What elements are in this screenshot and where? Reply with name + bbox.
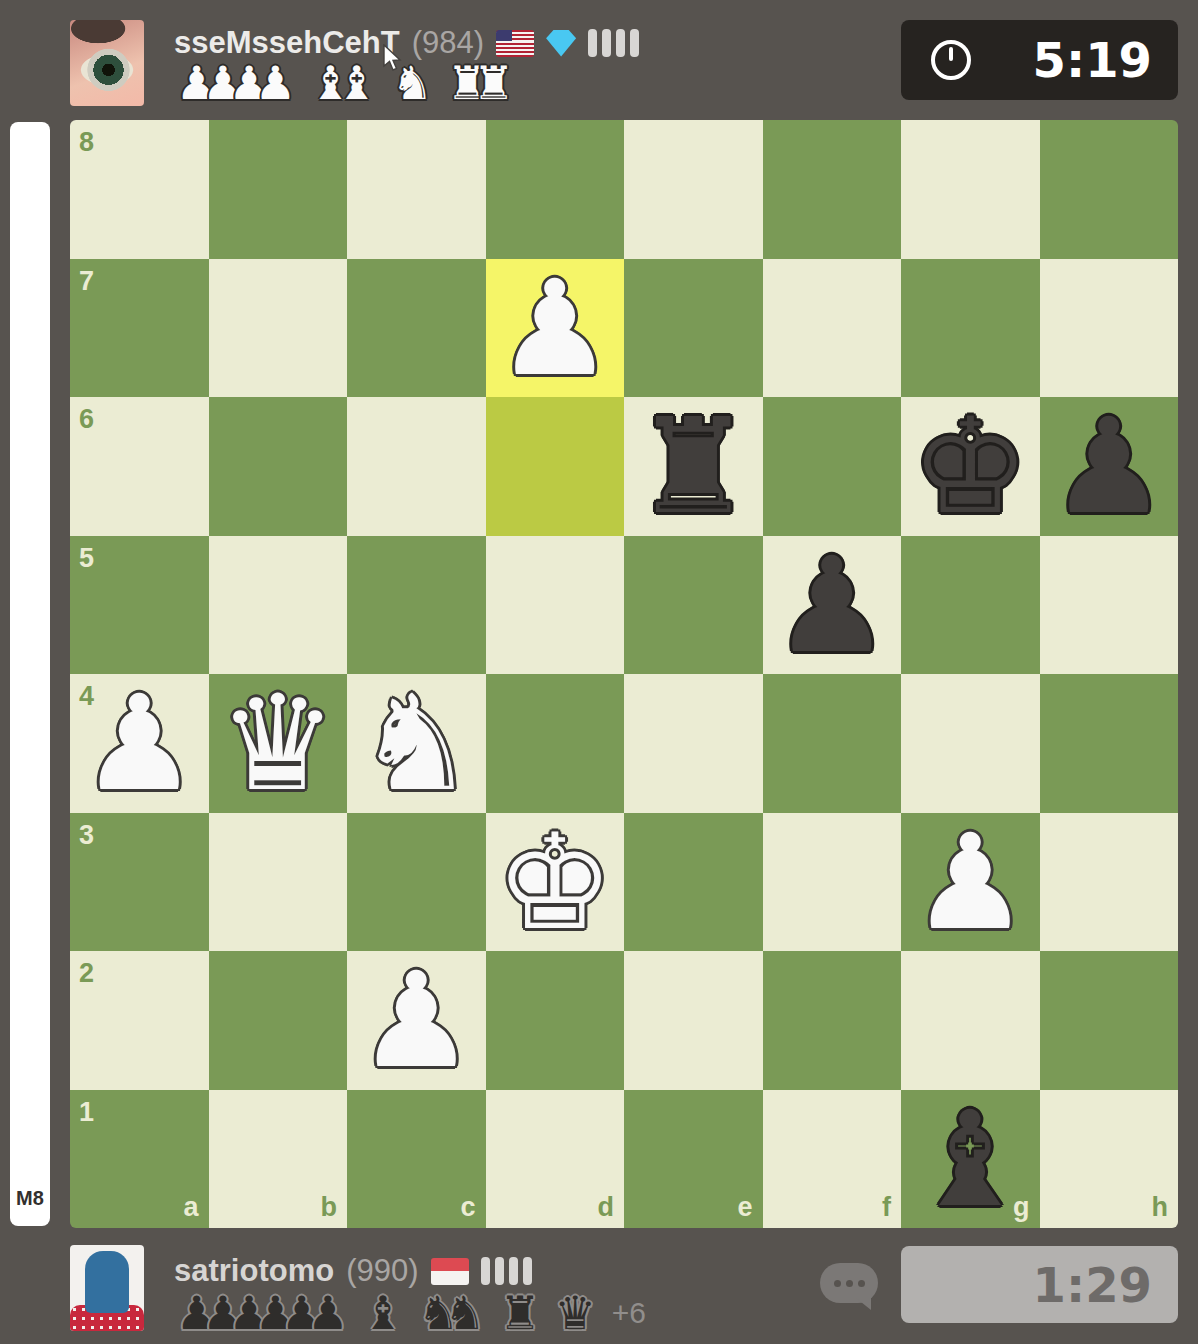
square-g7[interactable] (901, 259, 1040, 398)
file-label-h: h (1152, 1192, 1169, 1223)
square-d8[interactable] (486, 120, 625, 259)
white-queen-b4[interactable]: ♛ (209, 674, 348, 813)
square-f7[interactable] (763, 259, 902, 398)
captured-rook-icon: ♜ (473, 60, 514, 106)
square-f2[interactable] (763, 951, 902, 1090)
square-c6[interactable] (347, 397, 486, 536)
captured-bishop-icon: ♝ (336, 60, 377, 106)
captured-bishop-group: ♝ (363, 1290, 404, 1336)
square-b6[interactable] (209, 397, 348, 536)
square-c3[interactable] (347, 813, 486, 952)
clock-icon (931, 40, 971, 80)
square-a6[interactable]: 6 (70, 397, 209, 536)
square-a5[interactable]: 5 (70, 536, 209, 675)
square-f8[interactable] (763, 120, 902, 259)
black-pawn-h6[interactable]: ♟ (1040, 397, 1179, 536)
rank-label-3: 3 (79, 820, 94, 851)
square-a8[interactable]: 8 (70, 120, 209, 259)
square-h7[interactable] (1040, 259, 1179, 398)
captured-bishop-icon: ♝ (363, 1290, 404, 1336)
white-pawn-d7[interactable]: ♟ (486, 259, 625, 398)
square-f5[interactable]: ♟ (763, 536, 902, 675)
bottom-player-rating: (990) (346, 1253, 418, 1289)
file-label-e: e (737, 1192, 752, 1223)
square-e2[interactable] (624, 951, 763, 1090)
bottom-player-avatar[interactable] (70, 1245, 144, 1331)
square-c4[interactable]: ♞ (347, 674, 486, 813)
captured-knight-icon: ♞ (444, 1290, 485, 1336)
captured-pawn-icon: ♟ (307, 1290, 348, 1336)
square-f1[interactable]: f (763, 1090, 902, 1229)
square-g4[interactable] (901, 674, 1040, 813)
white-pawn-g3[interactable]: ♟ (901, 813, 1040, 952)
square-a2[interactable]: 2 (70, 951, 209, 1090)
square-h2[interactable] (1040, 951, 1179, 1090)
square-g6[interactable]: ♚ (901, 397, 1040, 536)
indonesia-flag-icon (431, 1258, 469, 1285)
captured-pawn-group: ♟♟♟♟ (176, 60, 296, 106)
square-e5[interactable] (624, 536, 763, 675)
top-player-clock: 5:19 (901, 20, 1178, 100)
captured-queen-group: ♛ (555, 1290, 596, 1336)
file-label-a: a (183, 1192, 198, 1223)
captured-rook-group: ♜ (499, 1290, 540, 1336)
file-label-c: c (460, 1192, 475, 1223)
square-b4[interactable]: ♛ (209, 674, 348, 813)
white-knight-c4[interactable]: ♞ (347, 674, 486, 813)
mouse-cursor (382, 44, 402, 72)
square-h8[interactable] (1040, 120, 1179, 259)
square-c8[interactable] (347, 120, 486, 259)
bottom-player-line: satriotomo (990) (174, 1252, 532, 1290)
square-b2[interactable] (209, 951, 348, 1090)
square-e4[interactable] (624, 674, 763, 813)
chat-bubble-icon[interactable] (820, 1263, 878, 1303)
premium-diamond-icon (546, 30, 576, 57)
square-a4[interactable]: 4♟ (70, 674, 209, 813)
us-flag-icon (496, 30, 534, 57)
square-g8[interactable] (901, 120, 1040, 259)
square-d5[interactable] (486, 536, 625, 675)
evaluation-label: M8 (16, 1187, 44, 1226)
rank-label-5: 5 (79, 543, 94, 574)
file-label-b: b (321, 1192, 338, 1223)
square-d7[interactable]: ♟ (486, 259, 625, 398)
square-d1[interactable]: d (486, 1090, 625, 1229)
square-h6[interactable]: ♟ (1040, 397, 1179, 536)
square-e7[interactable] (624, 259, 763, 398)
black-rook-e6[interactable]: ♜ (624, 397, 763, 536)
chess-board[interactable]: 87♟6♜♚♟5♟4♟♛♞3♚♟2♟1abcdefg♝h (70, 120, 1178, 1228)
square-b8[interactable] (209, 120, 348, 259)
square-e3[interactable] (624, 813, 763, 952)
square-b5[interactable] (209, 536, 348, 675)
evaluation-bar: M8 (10, 122, 50, 1226)
rank-label-8: 8 (79, 127, 94, 158)
square-d3[interactable]: ♚ (486, 813, 625, 952)
black-pawn-f5[interactable]: ♟ (763, 536, 902, 675)
top-clock-time: 5:19 (971, 32, 1178, 88)
square-f4[interactable] (763, 674, 902, 813)
square-h3[interactable] (1040, 813, 1179, 952)
square-g5[interactable] (901, 536, 1040, 675)
bottom-clock-time: 1:29 (901, 1257, 1178, 1313)
square-d6[interactable] (486, 397, 625, 536)
square-e6[interactable]: ♜ (624, 397, 763, 536)
file-label-f: f (882, 1192, 891, 1223)
square-f3[interactable] (763, 813, 902, 952)
bottom-player-clock: 1:29 (901, 1246, 1178, 1323)
bottom-player-name[interactable]: satriotomo (174, 1253, 334, 1289)
square-e8[interactable] (624, 120, 763, 259)
bottom-captured-pieces: ♟♟♟♟♟♟♝♞♞♜♛+6 (176, 1290, 646, 1336)
square-h5[interactable] (1040, 536, 1179, 675)
rank-label-1: 1 (79, 1097, 94, 1128)
captured-queen-icon: ♛ (555, 1290, 596, 1336)
square-c5[interactable] (347, 536, 486, 675)
square-d4[interactable] (486, 674, 625, 813)
square-a3[interactable]: 3 (70, 813, 209, 952)
square-g3[interactable]: ♟ (901, 813, 1040, 952)
top-captured-pieces: ♟♟♟♟♝♝♞♜♜ (176, 60, 514, 106)
captured-pawn-icon: ♟ (255, 60, 296, 106)
square-b1[interactable]: b (209, 1090, 348, 1229)
rank-label-4: 4 (79, 681, 94, 712)
bottom-connection-bars-icon (481, 1257, 532, 1285)
white-pawn-c2[interactable]: ♟ (347, 951, 486, 1090)
file-label-g: g (1013, 1192, 1030, 1223)
white-king-d3[interactable]: ♚ (486, 813, 625, 952)
square-d2[interactable] (486, 951, 625, 1090)
captured-rook-icon: ♜ (499, 1290, 540, 1336)
square-h1[interactable]: h (1040, 1090, 1179, 1229)
black-king-g6[interactable]: ♚ (901, 397, 1040, 536)
square-c7[interactable] (347, 259, 486, 398)
captured-knight-group: ♞♞ (418, 1290, 486, 1336)
top-connection-bars-icon (588, 29, 639, 57)
square-a1[interactable]: 1a (70, 1090, 209, 1229)
square-h4[interactable] (1040, 674, 1179, 813)
square-e1[interactable]: e (624, 1090, 763, 1229)
captured-bishop-group: ♝♝ (310, 60, 378, 106)
rank-label-2: 2 (79, 958, 94, 989)
square-c1[interactable]: c (347, 1090, 486, 1229)
file-label-d: d (598, 1192, 615, 1223)
rank-label-6: 6 (79, 404, 94, 435)
square-c2[interactable]: ♟ (347, 951, 486, 1090)
square-g1[interactable]: g♝ (901, 1090, 1040, 1229)
top-player-avatar[interactable] (70, 20, 144, 106)
rank-label-7: 7 (79, 266, 94, 297)
square-a7[interactable]: 7 (70, 259, 209, 398)
square-g2[interactable] (901, 951, 1040, 1090)
game-page: sseMssehCehT (984) ♟♟♟♟♝♝♞♜♜ 5:19 M8 87♟… (0, 0, 1198, 1344)
square-b3[interactable] (209, 813, 348, 952)
material-advantage: +6 (610, 1296, 646, 1336)
square-f6[interactable] (763, 397, 902, 536)
square-b7[interactable] (209, 259, 348, 398)
captured-rook-group: ♜♜ (447, 60, 515, 106)
captured-pawn-group: ♟♟♟♟♟♟ (176, 1290, 349, 1336)
